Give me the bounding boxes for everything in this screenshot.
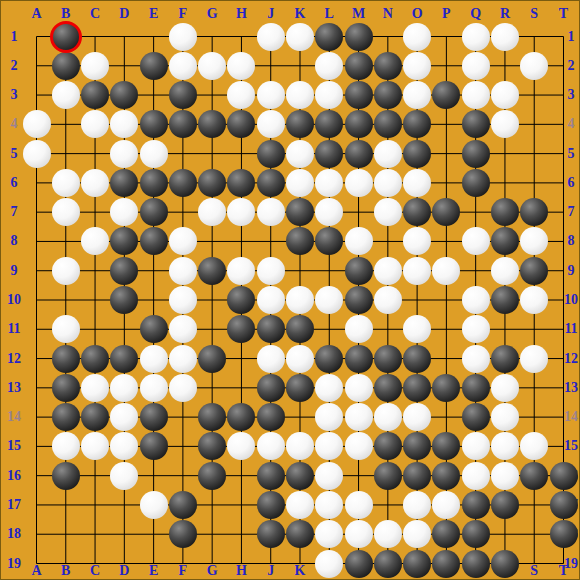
stone-white-M8 [345, 227, 373, 255]
stone-black-B12 [52, 345, 80, 373]
stone-black-S16 [520, 462, 548, 490]
column-bottom-label-G: G [207, 563, 218, 579]
stone-white-M17 [345, 491, 373, 519]
stone-black-Q14 [462, 403, 490, 431]
stone-white-B9 [52, 257, 80, 285]
column-top-label-F: F [179, 6, 188, 22]
stone-black-Q18 [462, 520, 490, 548]
stone-white-R9 [491, 257, 519, 285]
column-top-label-E: E [149, 6, 158, 22]
stone-white-E17 [140, 491, 168, 519]
row-right-label-7: 7 [568, 204, 575, 220]
row-right-label-6: 6 [568, 175, 575, 191]
stone-white-M14 [345, 403, 373, 431]
stone-black-Q17 [462, 491, 490, 519]
column-bottom-label-A: A [31, 563, 41, 579]
stone-white-O1 [403, 23, 431, 51]
stone-black-J6 [257, 169, 285, 197]
stone-black-Q19 [462, 550, 490, 578]
column-top-label-T: T [559, 6, 568, 22]
stone-white-Q3 [462, 81, 490, 109]
stone-black-J18 [257, 520, 285, 548]
stone-black-M9 [345, 257, 373, 285]
stone-white-P9 [432, 257, 460, 285]
stone-white-R14 [491, 403, 519, 431]
stone-black-N12 [374, 345, 402, 373]
go-board[interactable]: AABBCCDDEEFFGGHHJJKKLLMMNNOOPPQQRRSSTT11… [0, 0, 580, 580]
row-right-label-12: 12 [564, 351, 578, 367]
stone-black-G9 [198, 257, 226, 285]
row-left-label-12: 12 [7, 351, 21, 367]
row-left-label-13: 13 [7, 380, 21, 396]
stone-black-M2 [345, 52, 373, 80]
stone-white-R3 [491, 81, 519, 109]
stone-white-E12 [140, 345, 168, 373]
stone-white-J9 [257, 257, 285, 285]
row-right-label-13: 13 [564, 380, 578, 396]
row-right-label-15: 15 [564, 438, 578, 454]
stone-black-M19 [345, 550, 373, 578]
row-right-label-9: 9 [568, 263, 575, 279]
row-right-label-14: 14 [564, 409, 578, 425]
stone-white-J15 [257, 432, 285, 460]
stone-white-O6 [403, 169, 431, 197]
stone-black-K13 [286, 374, 314, 402]
stone-black-C14 [81, 403, 109, 431]
row-left-label-4: 4 [11, 116, 18, 132]
row-left-label-19: 19 [7, 556, 21, 572]
stone-white-Q10 [462, 286, 490, 314]
row-left-label-9: 9 [11, 263, 18, 279]
stone-black-L5 [315, 140, 343, 168]
stone-white-J1 [257, 23, 285, 51]
column-bottom-label-H: H [236, 563, 247, 579]
stone-black-J16 [257, 462, 285, 490]
row-right-label-10: 10 [564, 292, 578, 308]
stone-white-N10 [374, 286, 402, 314]
row-left-label-11: 11 [7, 321, 20, 337]
stone-white-J10 [257, 286, 285, 314]
stone-black-K7 [286, 198, 314, 226]
column-bottom-label-D: D [119, 563, 129, 579]
column-top-label-P: P [442, 6, 451, 22]
stone-black-E8 [140, 227, 168, 255]
stone-black-F3 [169, 81, 197, 109]
stone-black-N2 [374, 52, 402, 80]
stone-white-C13 [81, 374, 109, 402]
stone-white-K17 [286, 491, 314, 519]
stone-white-O3 [403, 81, 431, 109]
stone-black-Q5 [462, 140, 490, 168]
stone-white-J3 [257, 81, 285, 109]
stone-black-E6 [140, 169, 168, 197]
stone-white-B15 [52, 432, 80, 460]
row-right-label-11: 11 [564, 321, 577, 337]
stone-white-N7 [374, 198, 402, 226]
stone-white-L19 [315, 550, 343, 578]
stone-white-L2 [315, 52, 343, 80]
stone-black-J13 [257, 374, 285, 402]
column-bottom-label-F: F [179, 563, 188, 579]
column-top-label-D: D [119, 6, 129, 22]
stone-black-M10 [345, 286, 373, 314]
row-left-label-10: 10 [7, 292, 21, 308]
stone-white-Q16 [462, 462, 490, 490]
stone-white-D5 [110, 140, 138, 168]
row-right-label-4: 4 [568, 116, 575, 132]
stone-black-R17 [491, 491, 519, 519]
row-right-label-2: 2 [568, 58, 575, 74]
stone-black-B16 [52, 462, 80, 490]
stone-white-N5 [374, 140, 402, 168]
stone-white-B7 [52, 198, 80, 226]
column-top-label-K: K [295, 6, 306, 22]
stone-white-J7 [257, 198, 285, 226]
stone-white-K1 [286, 23, 314, 51]
stone-white-C6 [81, 169, 109, 197]
row-right-label-8: 8 [568, 233, 575, 249]
row-left-label-17: 17 [7, 497, 21, 513]
row-right-label-5: 5 [568, 146, 575, 162]
stone-black-N16 [374, 462, 402, 490]
row-right-label-19: 19 [564, 556, 578, 572]
column-bottom-label-S: S [530, 563, 538, 579]
stone-white-Q11 [462, 315, 490, 343]
stone-black-J17 [257, 491, 285, 519]
stone-black-N4 [374, 110, 402, 138]
column-top-label-Q: Q [470, 6, 481, 22]
row-left-label-14: 14 [7, 409, 21, 425]
stone-black-B13 [52, 374, 80, 402]
stone-black-E15 [140, 432, 168, 460]
row-left-label-18: 18 [7, 526, 21, 542]
stone-black-P16 [432, 462, 460, 490]
stone-white-F12 [169, 345, 197, 373]
stone-white-G2 [198, 52, 226, 80]
stone-black-G6 [198, 169, 226, 197]
stone-black-G16 [198, 462, 226, 490]
stone-black-M4 [345, 110, 373, 138]
stone-black-T18 [550, 520, 578, 548]
row-right-label-1: 1 [568, 29, 575, 45]
stone-white-K3 [286, 81, 314, 109]
stone-black-E4 [140, 110, 168, 138]
stone-white-J4 [257, 110, 285, 138]
row-left-label-16: 16 [7, 468, 21, 484]
stone-white-L16 [315, 462, 343, 490]
row-left-label-5: 5 [11, 146, 18, 162]
column-bottom-label-C: C [90, 563, 100, 579]
row-left-label-2: 2 [11, 58, 18, 74]
stone-black-O12 [403, 345, 431, 373]
stone-white-M15 [345, 432, 373, 460]
stone-white-N14 [374, 403, 402, 431]
stone-black-M5 [345, 140, 373, 168]
stone-white-N9 [374, 257, 402, 285]
stone-black-D9 [110, 257, 138, 285]
column-top-label-A: A [31, 6, 41, 22]
stone-white-M6 [345, 169, 373, 197]
stone-white-Q8 [462, 227, 490, 255]
column-bottom-label-E: E [149, 563, 158, 579]
stone-white-F10 [169, 286, 197, 314]
row-left-label-8: 8 [11, 233, 18, 249]
stone-black-R7 [491, 198, 519, 226]
stone-black-P19 [432, 550, 460, 578]
stone-black-O19 [403, 550, 431, 578]
stone-black-S9 [520, 257, 548, 285]
stone-white-Q15 [462, 432, 490, 460]
stone-black-R12 [491, 345, 519, 373]
stone-white-K6 [286, 169, 314, 197]
stone-white-F1 [169, 23, 197, 51]
stone-black-R10 [491, 286, 519, 314]
stone-white-N18 [374, 520, 402, 548]
column-top-label-R: R [500, 6, 510, 22]
stone-black-J11 [257, 315, 285, 343]
stone-white-O17 [403, 491, 431, 519]
stone-white-E5 [140, 140, 168, 168]
stone-black-E2 [140, 52, 168, 80]
column-top-label-N: N [383, 6, 393, 22]
stone-white-B11 [52, 315, 80, 343]
stone-black-M1 [345, 23, 373, 51]
column-bottom-label-B: B [61, 563, 70, 579]
stone-black-O16 [403, 462, 431, 490]
stone-white-F11 [169, 315, 197, 343]
row-left-label-3: 3 [11, 87, 18, 103]
column-top-label-B: B [61, 6, 70, 22]
stone-white-B3 [52, 81, 80, 109]
stone-black-Q13 [462, 374, 490, 402]
column-bottom-label-K: K [295, 563, 306, 579]
stone-black-B1 [52, 23, 80, 51]
stone-black-B2 [52, 52, 80, 80]
column-top-label-J: J [267, 6, 274, 22]
column-top-label-M: M [352, 6, 365, 22]
stone-black-J5 [257, 140, 285, 168]
stone-black-K16 [286, 462, 314, 490]
stone-black-T17 [550, 491, 578, 519]
stone-white-H9 [227, 257, 255, 285]
stone-white-F13 [169, 374, 197, 402]
stone-black-R19 [491, 550, 519, 578]
stone-white-L6 [315, 169, 343, 197]
row-left-label-15: 15 [7, 438, 21, 454]
stone-white-L13 [315, 374, 343, 402]
stone-black-B14 [52, 403, 80, 431]
stone-white-D16 [110, 462, 138, 490]
stone-white-Q12 [462, 345, 490, 373]
stone-white-M13 [345, 374, 373, 402]
stone-black-G12 [198, 345, 226, 373]
stone-white-R16 [491, 462, 519, 490]
row-right-label-3: 3 [568, 87, 575, 103]
stone-black-N19 [374, 550, 402, 578]
column-top-label-G: G [207, 6, 218, 22]
stone-black-Q6 [462, 169, 490, 197]
column-top-label-C: C [90, 6, 100, 22]
stone-white-M11 [345, 315, 373, 343]
stone-white-K12 [286, 345, 314, 373]
row-left-label-6: 6 [11, 175, 18, 191]
stone-black-L12 [315, 345, 343, 373]
stone-black-N3 [374, 81, 402, 109]
stone-black-J14 [257, 403, 285, 431]
stone-white-R13 [491, 374, 519, 402]
stone-black-N13 [374, 374, 402, 402]
stone-black-O13 [403, 374, 431, 402]
stone-white-N6 [374, 169, 402, 197]
stone-black-M12 [345, 345, 373, 373]
column-top-label-O: O [412, 6, 423, 22]
stone-black-M3 [345, 81, 373, 109]
stone-white-S2 [520, 52, 548, 80]
stone-black-E7 [140, 198, 168, 226]
stone-black-E11 [140, 315, 168, 343]
stone-black-D12 [110, 345, 138, 373]
column-bottom-label-J: J [267, 563, 274, 579]
row-left-label-1: 1 [11, 29, 18, 45]
stone-white-E13 [140, 374, 168, 402]
row-left-label-7: 7 [11, 204, 18, 220]
stone-black-O5 [403, 140, 431, 168]
stone-white-C2 [81, 52, 109, 80]
stone-white-K10 [286, 286, 314, 314]
stone-black-Q4 [462, 110, 490, 138]
stone-black-C12 [81, 345, 109, 373]
stone-white-B6 [52, 169, 80, 197]
stone-white-J12 [257, 345, 285, 373]
stone-white-S12 [520, 345, 548, 373]
stone-white-K5 [286, 140, 314, 168]
stone-black-F17 [169, 491, 197, 519]
stone-black-E14 [140, 403, 168, 431]
stone-black-T16 [550, 462, 578, 490]
stone-black-L1 [315, 23, 343, 51]
column-top-label-S: S [530, 6, 538, 22]
stone-white-O9 [403, 257, 431, 285]
column-top-label-H: H [236, 6, 247, 22]
stone-white-F9 [169, 257, 197, 285]
stone-white-O2 [403, 52, 431, 80]
stone-white-A5 [23, 140, 51, 168]
stone-white-M18 [345, 520, 373, 548]
stone-white-F2 [169, 52, 197, 80]
stone-white-Q1 [462, 23, 490, 51]
stone-white-R1 [491, 23, 519, 51]
stone-white-D13 [110, 374, 138, 402]
stone-black-F6 [169, 169, 197, 197]
stone-black-F18 [169, 520, 197, 548]
stone-white-A4 [23, 110, 51, 138]
stone-white-Q2 [462, 52, 490, 80]
column-top-label-L: L [325, 6, 334, 22]
stone-black-C3 [81, 81, 109, 109]
